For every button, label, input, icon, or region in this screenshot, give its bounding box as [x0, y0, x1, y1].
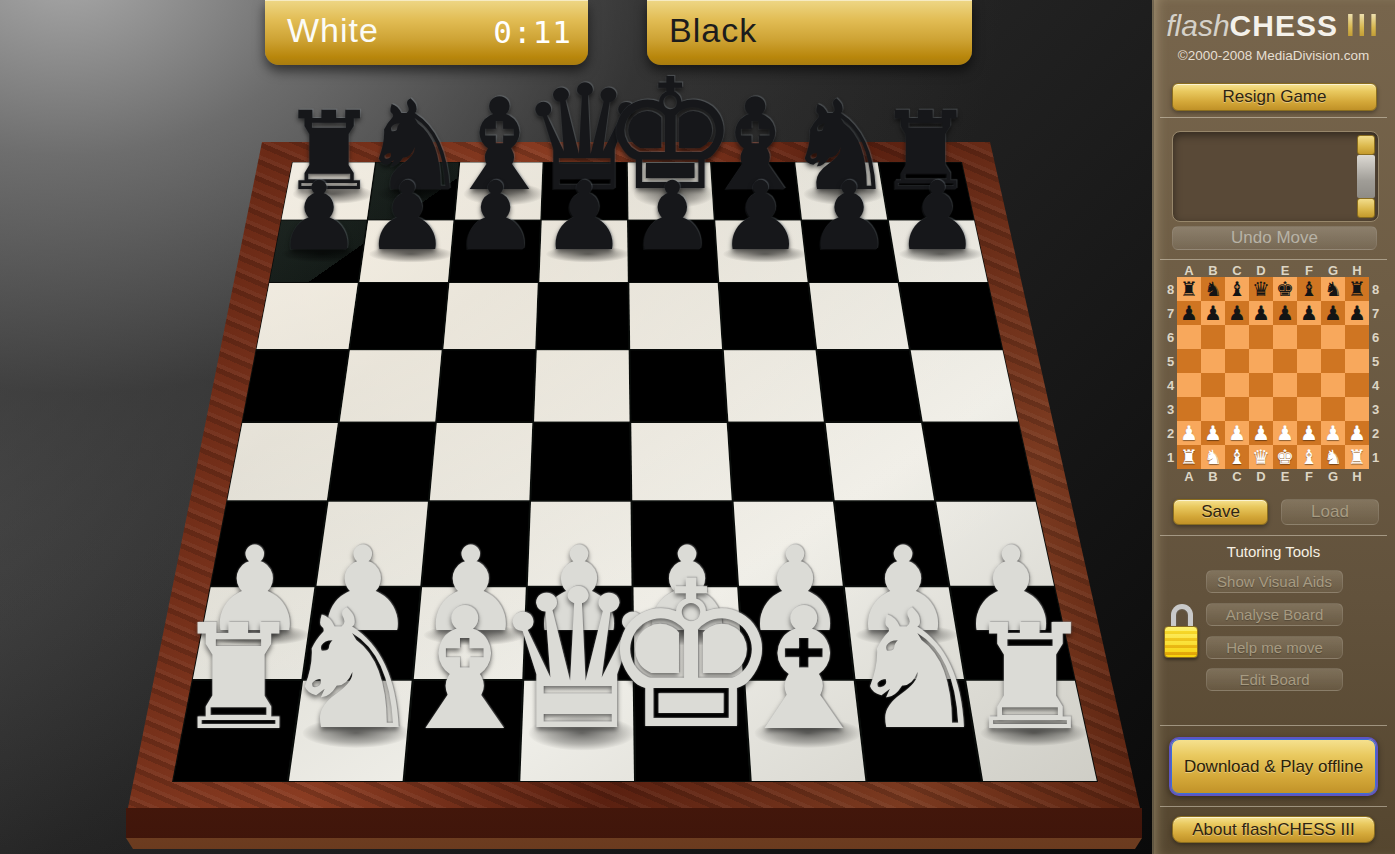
mini-square-e7: ♟: [1273, 301, 1297, 325]
rank-label-3: 3: [1369, 397, 1382, 421]
mini-piece-white-pawn: ♟: [1228, 421, 1246, 445]
load-button[interactable]: Load: [1281, 499, 1379, 525]
mini-square-g5: [1321, 349, 1345, 373]
mini-square-e3: [1273, 397, 1297, 421]
mini-square-g6: [1321, 325, 1345, 349]
mini-square-f7: ♟: [1297, 301, 1321, 325]
mini-square-b3: [1201, 397, 1225, 421]
app-window: ♜♞♝♛♚♝♞♜♟♟♟♟♟♟♟♟♟♟♟♟♟♟♟♟♜♞♝♛♚♝♞♜ White 0…: [0, 0, 1395, 854]
mini-square-a4: [1177, 373, 1201, 397]
board-3d[interactable]: ♜♞♝♛♚♝♞♜♟♟♟♟♟♟♟♟♟♟♟♟♟♟♟♟♜♞♝♛♚♝♞♜: [0, 0, 1152, 854]
file-label-c: C: [1225, 263, 1249, 277]
mini-square-c8: ♝: [1225, 277, 1249, 301]
mini-piece-black-knight: ♞: [1204, 277, 1222, 301]
edit-board-button[interactable]: Edit Board: [1206, 668, 1343, 691]
mini-square-e2: ♟: [1273, 421, 1297, 445]
mini-square-a3: [1177, 397, 1201, 421]
mini-square-c7: ♟: [1225, 301, 1249, 325]
mini-piece-white-rook: ♜: [1180, 445, 1198, 469]
resign-game-button[interactable]: Resign Game: [1172, 83, 1377, 111]
piece-black-pawn-a7[interactable]: ♟: [276, 169, 361, 264]
mini-board: ABCDEFGH8♜♞♝♛♚♝♞♜87♟♟♟♟♟♟♟♟7665544332♟♟♟…: [1164, 263, 1382, 483]
black-clock-label: Black: [669, 11, 757, 50]
logo-flash: flash: [1166, 9, 1229, 42]
mini-square-d1: ♛: [1249, 445, 1273, 469]
mini-square-e8: ♚: [1273, 277, 1297, 301]
mini-square-c1: ♝: [1225, 445, 1249, 469]
piece-black-pawn-f7[interactable]: ♟: [718, 169, 803, 264]
mini-piece-black-rook: ♜: [1348, 277, 1366, 301]
rank-label-7: 7: [1164, 301, 1177, 325]
tutoring-tools-title: Tutoring Tools: [1152, 543, 1395, 560]
mini-square-b4: [1201, 373, 1225, 397]
file-label-d: D: [1249, 263, 1273, 277]
analyse-board-button[interactable]: Analyse Board: [1206, 603, 1343, 626]
mini-square-c3: [1225, 397, 1249, 421]
mini-piece-black-knight: ♞: [1324, 277, 1342, 301]
mini-square-c2: ♟: [1225, 421, 1249, 445]
mini-piece-black-queen: ♛: [1252, 277, 1270, 301]
rank-label-6: 6: [1164, 325, 1177, 349]
mini-square-a5: [1177, 349, 1201, 373]
download-play-offline-button[interactable]: Download & Play offline: [1169, 737, 1378, 796]
mini-piece-black-pawn: ♟: [1204, 301, 1222, 325]
mini-square-d6: [1249, 325, 1273, 349]
mini-square-f8: ♝: [1297, 277, 1321, 301]
divider: [1160, 725, 1387, 726]
mini-square-b8: ♞: [1201, 277, 1225, 301]
rank-label-7: 7: [1369, 301, 1382, 325]
file-label-f: F: [1297, 469, 1321, 483]
rank-label-4: 4: [1164, 373, 1177, 397]
rank-label-2: 2: [1369, 421, 1382, 445]
mini-piece-black-pawn: ♟: [1228, 301, 1246, 325]
file-label-f: F: [1297, 263, 1321, 277]
mini-piece-black-pawn: ♟: [1324, 301, 1342, 325]
mini-square-a1: ♜: [1177, 445, 1201, 469]
mini-square-g2: ♟: [1321, 421, 1345, 445]
rank-label-8: 8: [1369, 277, 1382, 301]
file-label-h: H: [1345, 469, 1369, 483]
piece-black-pawn-h7[interactable]: ♟: [895, 169, 980, 264]
rank-label-8: 8: [1164, 277, 1177, 301]
mini-square-e1: ♚: [1273, 445, 1297, 469]
mini-square-b7: ♟: [1201, 301, 1225, 325]
file-label-c: C: [1225, 469, 1249, 483]
sidebar: flashCHESSIII ©2000-2008 MediaDivision.c…: [1152, 0, 1395, 854]
rank-label-2: 2: [1164, 421, 1177, 445]
mini-square-h4: [1345, 373, 1369, 397]
piece-black-pawn-g7[interactable]: ♟: [806, 169, 891, 264]
file-label-e: E: [1273, 263, 1297, 277]
file-label-b: B: [1201, 469, 1225, 483]
mini-square-b5: [1201, 349, 1225, 373]
mini-square-c5: [1225, 349, 1249, 373]
mini-piece-white-pawn: ♟: [1204, 421, 1222, 445]
mini-piece-black-pawn: ♟: [1276, 301, 1294, 325]
mini-piece-white-king: ♚: [1276, 445, 1294, 469]
mini-square-d4: [1249, 373, 1273, 397]
divider: [1160, 259, 1387, 260]
mini-square-b2: ♟: [1201, 421, 1225, 445]
mini-square-g4: [1321, 373, 1345, 397]
mini-piece-white-pawn: ♟: [1300, 421, 1318, 445]
mini-square-g7: ♟: [1321, 301, 1345, 325]
mini-piece-black-pawn: ♟: [1348, 301, 1366, 325]
rank-label-5: 5: [1369, 349, 1382, 373]
mini-square-c6: [1225, 325, 1249, 349]
file-label-h: H: [1345, 263, 1369, 277]
mini-piece-white-bishop: ♝: [1300, 445, 1318, 469]
mini-square-e5: [1273, 349, 1297, 373]
corner: [1164, 469, 1177, 483]
mini-square-h5: [1345, 349, 1369, 373]
mini-piece-white-pawn: ♟: [1276, 421, 1294, 445]
divider: [1160, 117, 1387, 118]
app-logo: flashCHESSIII: [1152, 8, 1395, 44]
game-area: ♜♞♝♛♚♝♞♜♟♟♟♟♟♟♟♟♟♟♟♟♟♟♟♟♜♞♝♛♚♝♞♜ White 0…: [0, 0, 1152, 854]
rank-label-5: 5: [1164, 349, 1177, 373]
mini-square-e6: [1273, 325, 1297, 349]
file-label-e: E: [1273, 469, 1297, 483]
mini-piece-black-bishop: ♝: [1300, 277, 1318, 301]
piece-black-pawn-e7[interactable]: ♟: [630, 169, 715, 264]
piece-black-pawn-b7[interactable]: ♟: [365, 169, 450, 264]
mini-square-a6: [1177, 325, 1201, 349]
show-visual-aids-button[interactable]: Show Visual Aids: [1206, 570, 1343, 593]
mini-piece-black-pawn: ♟: [1300, 301, 1318, 325]
file-label-d: D: [1249, 469, 1273, 483]
mini-square-f3: [1297, 397, 1321, 421]
mini-piece-black-rook: ♜: [1180, 277, 1198, 301]
white-clock-time: 0:11: [493, 14, 572, 50]
mini-square-b1: ♞: [1201, 445, 1225, 469]
mini-square-d2: ♟: [1249, 421, 1273, 445]
padlock-icon: [1164, 604, 1200, 658]
mini-square-h3: [1345, 397, 1369, 421]
mini-square-h1: ♜: [1345, 445, 1369, 469]
mini-square-e4: [1273, 373, 1297, 397]
mini-piece-black-pawn: ♟: [1180, 301, 1198, 325]
help-me-move-button[interactable]: Help me move: [1206, 636, 1343, 659]
mini-square-c4: [1225, 373, 1249, 397]
mini-piece-white-knight: ♞: [1204, 445, 1222, 469]
rank-label-6: 6: [1369, 325, 1382, 349]
rank-label-3: 3: [1164, 397, 1177, 421]
piece-black-pawn-c7[interactable]: ♟: [453, 169, 538, 264]
scroll-down-button[interactable]: [1357, 198, 1375, 218]
corner: [1369, 263, 1382, 277]
mini-piece-white-pawn: ♟: [1252, 421, 1270, 445]
mini-square-d3: [1249, 397, 1273, 421]
divider: [1160, 806, 1387, 807]
mini-piece-black-pawn: ♟: [1252, 301, 1270, 325]
move-list: [1172, 131, 1379, 222]
copyright-text: ©2000-2008 MediaDivision.com: [1152, 48, 1395, 63]
divider: [1160, 535, 1387, 536]
mini-square-d5: [1249, 349, 1273, 373]
mini-square-h7: ♟: [1345, 301, 1369, 325]
mini-piece-black-king: ♚: [1276, 277, 1294, 301]
padlock-body: [1164, 626, 1198, 658]
undo-move-button[interactable]: Undo Move: [1172, 226, 1377, 250]
mini-square-a8: ♜: [1177, 277, 1201, 301]
mini-piece-white-pawn: ♟: [1324, 421, 1342, 445]
file-label-b: B: [1201, 263, 1225, 277]
mini-square-h2: ♟: [1345, 421, 1369, 445]
file-label-a: A: [1177, 469, 1201, 483]
scrollbar-track[interactable]: [1357, 155, 1375, 198]
mini-square-f1: ♝: [1297, 445, 1321, 469]
piece-black-pawn-d7[interactable]: ♟: [541, 169, 626, 264]
rank-label-1: 1: [1164, 445, 1177, 469]
mini-square-g1: ♞: [1321, 445, 1345, 469]
mini-piece-white-bishop: ♝: [1228, 445, 1246, 469]
white-clock-label: White: [287, 11, 379, 50]
mini-square-d8: ♛: [1249, 277, 1273, 301]
mini-square-f4: [1297, 373, 1321, 397]
mini-piece-white-queen: ♛: [1252, 445, 1270, 469]
file-label-g: G: [1321, 263, 1345, 277]
mini-square-g3: [1321, 397, 1345, 421]
mini-square-h8: ♜: [1345, 277, 1369, 301]
mini-square-a7: ♟: [1177, 301, 1201, 325]
mini-square-f2: ♟: [1297, 421, 1321, 445]
corner: [1164, 263, 1177, 277]
mini-square-b6: [1201, 325, 1225, 349]
rank-label-1: 1: [1369, 445, 1382, 469]
file-label-a: A: [1177, 263, 1201, 277]
mini-square-g8: ♞: [1321, 277, 1345, 301]
mini-piece-white-knight: ♞: [1324, 445, 1342, 469]
mini-square-a2: ♟: [1177, 421, 1201, 445]
corner: [1369, 469, 1382, 483]
logo-chess: CHESS: [1230, 9, 1338, 42]
logo-numeral: III: [1346, 8, 1381, 43]
scroll-up-button[interactable]: [1357, 135, 1375, 155]
move-list-scrollbar: [1357, 135, 1375, 218]
mini-square-f5: [1297, 349, 1321, 373]
mini-piece-white-pawn: ♟: [1180, 421, 1198, 445]
rank-label-4: 4: [1369, 373, 1382, 397]
mini-piece-white-pawn: ♟: [1348, 421, 1366, 445]
mini-square-f6: [1297, 325, 1321, 349]
mini-square-h6: [1345, 325, 1369, 349]
file-label-g: G: [1321, 469, 1345, 483]
save-button[interactable]: Save: [1173, 499, 1268, 525]
about-flashchess-button[interactable]: About flashCHESS III: [1172, 816, 1375, 843]
piece-white-rook-h1[interactable]: ♜: [965, 605, 1095, 750]
mini-piece-black-bishop: ♝: [1228, 277, 1246, 301]
mini-square-d7: ♟: [1249, 301, 1273, 325]
mini-piece-white-rook: ♜: [1348, 445, 1366, 469]
